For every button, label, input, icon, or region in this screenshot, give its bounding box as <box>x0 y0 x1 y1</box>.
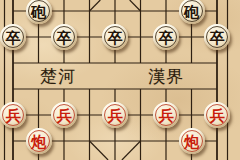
piece-glyph: 兵 <box>6 108 21 123</box>
piece-black-cannon[interactable]: 砲 <box>26 0 52 24</box>
piece-black-cannon[interactable]: 砲 <box>179 0 205 24</box>
piece-glyph: 兵 <box>57 108 72 123</box>
piece-glyph: 卒 <box>159 30 174 45</box>
piece-glyph: 卒 <box>57 30 72 45</box>
piece-glyph: 兵 <box>108 108 123 123</box>
piece-red-cannon[interactable]: 炮 <box>179 128 205 154</box>
piece-glyph: 兵 <box>210 108 225 123</box>
piece-red-cannon[interactable]: 炮 <box>26 128 52 154</box>
piece-red-soldier[interactable]: 兵 <box>0 102 26 128</box>
piece-glyph: 砲 <box>31 4 46 19</box>
piece-black-soldier[interactable]: 卒 <box>51 24 77 50</box>
piece-glyph: 砲 <box>184 4 199 19</box>
xiangqi-board: 楚河 漢界 砲砲卒卒卒卒卒兵兵兵兵兵炮炮 <box>0 0 240 160</box>
piece-layer: 砲砲卒卒卒卒卒兵兵兵兵兵炮炮 <box>0 0 230 154</box>
piece-glyph: 卒 <box>108 30 123 45</box>
piece-black-soldier[interactable]: 卒 <box>204 24 230 50</box>
piece-red-soldier[interactable]: 兵 <box>204 102 230 128</box>
piece-glyph: 炮 <box>184 134 199 149</box>
piece-glyph: 兵 <box>159 108 174 123</box>
piece-black-soldier[interactable]: 卒 <box>153 24 179 50</box>
piece-black-soldier[interactable]: 卒 <box>0 24 26 50</box>
piece-glyph: 卒 <box>6 30 21 45</box>
piece-red-soldier[interactable]: 兵 <box>153 102 179 128</box>
piece-black-soldier[interactable]: 卒 <box>102 24 128 50</box>
piece-red-soldier[interactable]: 兵 <box>102 102 128 128</box>
piece-glyph: 卒 <box>210 30 225 45</box>
piece-glyph: 炮 <box>31 134 46 149</box>
piece-red-soldier[interactable]: 兵 <box>51 102 77 128</box>
